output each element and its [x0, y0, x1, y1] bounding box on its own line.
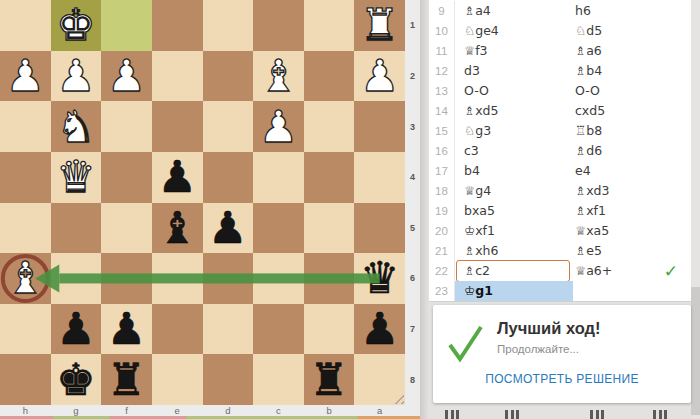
- square-g2[interactable]: ♟: [51, 51, 102, 102]
- square-a7[interactable]: ♟: [354, 304, 405, 355]
- move-white-18[interactable]: ♕g4: [455, 181, 573, 201]
- white-p-piece-c3[interactable]: ♟: [259, 102, 298, 152]
- white-r-piece-a1[interactable]: ♜: [360, 0, 399, 50]
- move-row-18: 18♕g4♗xd3: [429, 181, 691, 201]
- rank-label-8: 8: [405, 354, 420, 405]
- move-black-22[interactable]: ♕a6+: [573, 261, 661, 281]
- square-a8[interactable]: [354, 354, 405, 405]
- rank-label-4: 4: [405, 152, 420, 203]
- move-black-16[interactable]: ♗d6: [573, 141, 661, 161]
- rank-labels: 12345678: [405, 0, 420, 405]
- move-row-23: 23♔g1: [429, 281, 691, 301]
- move-number: 11: [429, 41, 455, 61]
- square-a6[interactable]: ♛: [354, 253, 405, 304]
- move-black-15[interactable]: ♖b8: [573, 121, 661, 141]
- success-check-icon: [446, 323, 486, 365]
- square-c2[interactable]: ♝: [253, 51, 304, 102]
- square-f5[interactable]: [101, 203, 152, 254]
- black-p-piece-f7[interactable]: ♟: [107, 304, 146, 354]
- move-number: 19: [429, 201, 455, 221]
- move-number: 21: [429, 241, 455, 261]
- square-b3[interactable]: [304, 101, 355, 152]
- square-c5[interactable]: [253, 203, 304, 254]
- white-b-piece-h6[interactable]: ♝: [6, 253, 45, 303]
- black-r-piece-b8[interactable]: ♜: [309, 355, 348, 405]
- move-white-23[interactable]: ♔g1: [455, 281, 573, 301]
- move-number: 18: [429, 181, 455, 201]
- square-e1[interactable]: [152, 0, 203, 51]
- black-p-piece-e4[interactable]: ♟: [157, 152, 196, 202]
- move-white-9[interactable]: ♗a4: [455, 1, 573, 21]
- square-a3[interactable]: [354, 101, 405, 152]
- square-c3[interactable]: ♟: [253, 101, 304, 152]
- square-f1[interactable]: [101, 0, 152, 51]
- square-h3[interactable]: [0, 101, 51, 152]
- move-row-20: 20♔xf1♕xa5: [429, 221, 691, 241]
- alert-subtitle: Продолжайте...: [497, 343, 579, 355]
- move-number: 9: [429, 1, 455, 21]
- black-p-piece-a7[interactable]: ♟: [360, 304, 399, 354]
- move-white-15[interactable]: ♘g3: [455, 121, 573, 141]
- square-h4[interactable]: [0, 152, 51, 203]
- move-list: 9♗a4h610♘ge4♘d511♕f3♗a612d3♗b413O-OO-O14…: [429, 0, 691, 302]
- rank-label-6: 6: [405, 253, 420, 304]
- move-row-15: 15♘g3♖b8: [429, 121, 691, 141]
- white-p-piece-f2[interactable]: ♟: [107, 51, 146, 101]
- toolbar-icon-top-1[interactable]: [505, 410, 519, 419]
- move-black-20[interactable]: ♕xa5: [573, 221, 661, 241]
- rank-label-7: 7: [405, 304, 420, 355]
- chess-board[interactable]: ♚♜♟♟♟♝♟♞♟♛♟♝♟♝♛♟♟♟♚♜♜: [0, 0, 405, 405]
- panel-divider: [420, 0, 429, 419]
- move-row-9: 9♗a4h6: [429, 1, 691, 21]
- move-black-21[interactable]: ♗e5: [573, 241, 661, 261]
- square-h5[interactable]: [0, 203, 51, 254]
- scrollbar[interactable]: [691, 0, 700, 419]
- square-b7[interactable]: [304, 304, 355, 355]
- move-white-16[interactable]: c3: [455, 141, 573, 161]
- white-b-piece-c2[interactable]: ♝: [259, 51, 298, 101]
- move-white-11[interactable]: ♕f3: [455, 41, 573, 61]
- move-white-12[interactable]: d3: [455, 61, 573, 81]
- square-f7[interactable]: ♟: [101, 304, 152, 355]
- move-number: 15: [429, 121, 455, 141]
- square-g4[interactable]: ♛: [51, 152, 102, 203]
- white-n-piece-g3[interactable]: ♞: [56, 102, 95, 152]
- black-p-piece-d5[interactable]: ♟: [208, 203, 247, 253]
- black-k-piece-g8[interactable]: ♚: [56, 355, 95, 405]
- square-c7[interactable]: [253, 304, 304, 355]
- square-b1[interactable]: [304, 0, 355, 51]
- square-b2[interactable]: [304, 51, 355, 102]
- square-f2[interactable]: ♟: [101, 51, 152, 102]
- move-number: 13: [429, 81, 455, 101]
- square-h2[interactable]: ♟: [0, 51, 51, 102]
- move-number: 16: [429, 141, 455, 161]
- move-black-11[interactable]: ♗a6: [573, 41, 661, 61]
- square-a5[interactable]: [354, 203, 405, 254]
- move-row-21: 21♗xh6♗e5: [429, 241, 691, 261]
- move-number: 22: [429, 261, 455, 281]
- move-row-17: 17b4e4: [429, 161, 691, 181]
- move-white-19[interactable]: bxa5: [455, 201, 573, 221]
- move-number: 20: [429, 221, 455, 241]
- view-solution-link[interactable]: ПОСМОТРЕТЬ РЕШЕНИЕ: [433, 372, 691, 386]
- square-e5[interactable]: ♝: [152, 203, 203, 254]
- move-number: 12: [429, 61, 455, 81]
- square-g8[interactable]: ♚: [51, 354, 102, 405]
- white-k-piece-g1[interactable]: ♚: [56, 0, 95, 50]
- toolbar-icon-top-3[interactable]: [653, 410, 667, 419]
- square-f6[interactable]: [101, 253, 152, 304]
- move-black-10[interactable]: ♘d5: [573, 21, 661, 41]
- square-c6[interactable]: [253, 253, 304, 304]
- move-row-13: 13O-OO-O: [429, 81, 691, 101]
- move-row-22: 22♗c2♕a6+✓: [429, 261, 691, 281]
- move-row-14: 14♗xd5cxd5: [429, 101, 691, 121]
- white-p-piece-h2[interactable]: ♟: [6, 51, 45, 101]
- square-b4[interactable]: [304, 152, 355, 203]
- square-f3[interactable]: [101, 101, 152, 152]
- square-f8[interactable]: ♜: [101, 354, 152, 405]
- alert-title: Лучший ход!: [497, 319, 601, 338]
- toolbar-icon-top-0[interactable]: [445, 410, 459, 419]
- move-white-17[interactable]: b4: [455, 161, 573, 181]
- white-p-piece-a2[interactable]: ♟: [360, 51, 399, 101]
- square-h8[interactable]: [0, 354, 51, 405]
- rank-label-2: 2: [405, 51, 420, 102]
- move-row-19: 19bxa5♗xf1: [429, 201, 691, 221]
- move-white-10[interactable]: ♘ge4: [455, 21, 573, 41]
- move-white-13[interactable]: O-O: [455, 81, 573, 101]
- scrollbar-thumb[interactable]: [691, 287, 700, 415]
- square-g3[interactable]: ♞: [51, 101, 102, 152]
- move-number: 10: [429, 21, 455, 41]
- move-white-21[interactable]: ♗xh6: [455, 241, 573, 261]
- square-h1[interactable]: [0, 0, 51, 51]
- move-row-16: 16c3♗d6: [429, 141, 691, 161]
- move-black-19[interactable]: ♗xf1: [573, 201, 661, 221]
- square-d4[interactable]: [203, 152, 254, 203]
- rank-label-3: 3: [405, 101, 420, 152]
- square-b6[interactable]: [304, 253, 355, 304]
- square-e4[interactable]: ♟: [152, 152, 203, 203]
- square-b8[interactable]: ♜: [304, 354, 355, 405]
- square-e8[interactable]: [152, 354, 203, 405]
- black-q-piece-a6[interactable]: ♛: [360, 253, 399, 303]
- move-number: 17: [429, 161, 455, 181]
- square-f4[interactable]: [101, 152, 152, 203]
- black-r-piece-f8[interactable]: ♜: [107, 355, 146, 405]
- square-e2[interactable]: [152, 51, 203, 102]
- rank-label-1: 1: [405, 0, 420, 51]
- move-white-22[interactable]: ♗c2: [455, 261, 573, 281]
- square-e6[interactable]: [152, 253, 203, 304]
- move-black-17[interactable]: e4: [573, 161, 661, 181]
- move-black-18[interactable]: ♗xd3: [573, 181, 661, 201]
- move-row-11: 11♕f3♗a6: [429, 41, 691, 61]
- move-row-12: 12d3♗b4: [429, 61, 691, 81]
- move-black-23[interactable]: [573, 281, 661, 301]
- move-white-14[interactable]: ♗xd5: [455, 101, 573, 121]
- move-number: 14: [429, 101, 455, 121]
- square-d8[interactable]: [203, 354, 254, 405]
- square-d7[interactable]: [203, 304, 254, 355]
- square-d5[interactable]: ♟: [203, 203, 254, 254]
- white-q-piece-g4[interactable]: ♛: [56, 152, 95, 202]
- square-e3[interactable]: [152, 101, 203, 152]
- square-a4[interactable]: [354, 152, 405, 203]
- move-number: 23: [429, 281, 455, 301]
- square-d1[interactable]: [203, 0, 254, 51]
- square-h7[interactable]: [0, 304, 51, 355]
- move-black-13[interactable]: O-O: [573, 81, 661, 101]
- square-c4[interactable]: [253, 152, 304, 203]
- square-g7[interactable]: ♟: [51, 304, 102, 355]
- board-zone: ♚♜♟♟♟♝♟♞♟♛♟♝♟♝♛♟♟♟♚♜♜ 12345678 hgfedcba: [0, 0, 420, 419]
- move-black-9[interactable]: h6: [573, 1, 661, 21]
- square-d2[interactable]: [203, 51, 254, 102]
- square-h6[interactable]: ♝: [0, 253, 51, 304]
- black-p-piece-g7[interactable]: ♟: [56, 304, 95, 354]
- correct-move-check-icon: ✓: [664, 261, 678, 281]
- move-black-12[interactable]: ♗b4: [573, 61, 661, 81]
- move-black-14[interactable]: cxd5: [573, 101, 661, 121]
- square-a1[interactable]: ♜: [354, 0, 405, 51]
- square-g1[interactable]: ♚: [51, 0, 102, 51]
- black-b-piece-e5[interactable]: ♝: [157, 203, 196, 253]
- square-b5[interactable]: [304, 203, 355, 254]
- square-e7[interactable]: [152, 304, 203, 355]
- square-c8[interactable]: [253, 354, 304, 405]
- move-row-10: 10♘ge4♘d5: [429, 21, 691, 41]
- square-a2[interactable]: ♟: [354, 51, 405, 102]
- bottom-toolbar-cut: [0, 410, 700, 419]
- move-white-20[interactable]: ♔xf1: [455, 221, 573, 241]
- app-window: ♚♜♟♟♟♝♟♞♟♛♟♝♟♝♛♟♟♟♚♜♜ 12345678 hgfedcba …: [0, 0, 700, 419]
- square-d3[interactable]: [203, 101, 254, 152]
- square-d6[interactable]: [203, 253, 254, 304]
- square-g5[interactable]: [51, 203, 102, 254]
- rank-label-5: 5: [405, 203, 420, 254]
- square-c1[interactable]: [253, 0, 304, 51]
- square-g6[interactable]: [51, 253, 102, 304]
- toolbar-icon-top-2[interactable]: [590, 410, 604, 419]
- best-move-alert: Лучший ход! Продолжайте... ПОСМОТРЕТЬ РЕ…: [433, 305, 691, 403]
- white-p-piece-g2[interactable]: ♟: [56, 51, 95, 101]
